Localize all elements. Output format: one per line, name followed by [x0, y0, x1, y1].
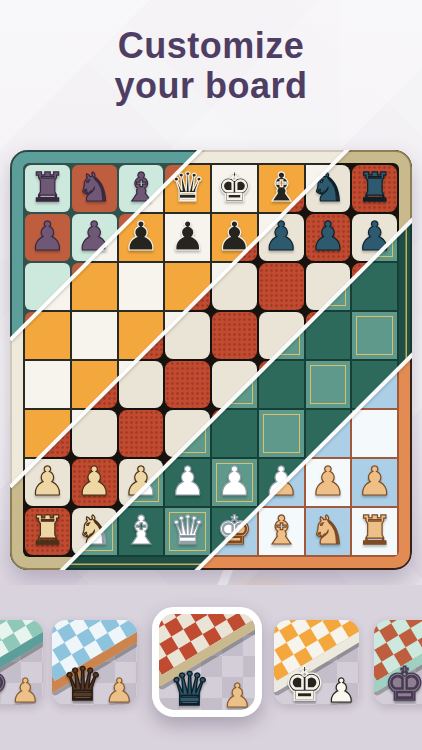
square-h3 — [352, 410, 397, 457]
thumb-king-icon: ♚ — [384, 661, 422, 705]
piece-white-rook: ♜ — [29, 510, 65, 550]
app-screen: { "game": "chess", "header": { "title_li… — [0, 0, 422, 750]
square-b2: ♟ — [72, 459, 117, 506]
square-d1: ♛ — [165, 508, 210, 555]
piece-black-pawn: ♟ — [310, 216, 346, 256]
square-d7: ♟ — [165, 214, 210, 261]
carousel-item-cartoon-teal[interactable]: ♚♟ — [0, 620, 43, 705]
square-e5 — [212, 312, 257, 359]
piece-white-knight: ♞ — [310, 510, 346, 550]
theme-carousel[interactable]: ♚♟♛♟♛♟♚♟♚♟ — [0, 585, 422, 750]
square-d2: ♟ — [165, 459, 210, 506]
piece-white-pawn: ♟ — [310, 461, 346, 501]
piece-white-rook: ♜ — [357, 510, 393, 550]
piece-white-pawn: ♟ — [357, 461, 393, 501]
piece-black-pawn: ♟ — [170, 216, 206, 256]
page-title-line2: your board — [0, 66, 422, 106]
square-c6 — [119, 263, 164, 310]
square-b8: ♞ — [72, 165, 117, 212]
thumb-king-icon: ♚ — [284, 661, 325, 705]
square-g4 — [306, 361, 351, 408]
piece-white-bishop: ♝ — [123, 510, 159, 550]
square-h5 — [352, 312, 397, 359]
square-h1: ♜ — [352, 508, 397, 555]
piece-black-knight: ♞ — [76, 167, 112, 207]
carousel-item-retro-halftone[interactable]: ♛♟ — [152, 607, 262, 717]
square-f3 — [259, 410, 304, 457]
square-g2: ♟ — [306, 459, 351, 506]
square-a1: ♜ — [25, 508, 70, 555]
square-h8: ♜ — [352, 165, 397, 212]
piece-white-pawn: ♟ — [76, 461, 112, 501]
square-e3 — [212, 410, 257, 457]
square-a4 — [25, 361, 70, 408]
square-a8: ♜ — [25, 165, 70, 212]
page-title-line1: Customize — [0, 26, 422, 66]
chess-board: ♜♞♝♛♚♝♞♜♟♟♟♟♟♟♟♟♟♟♟♟♟♟♟♟♜♞♝♛♚♝♞♜♜♞♝♛♚♝♞♜… — [10, 150, 412, 570]
page-title: Customize your board — [0, 26, 422, 107]
square-g1: ♞ — [306, 508, 351, 555]
thumb-pawn-icon: ♟ — [104, 674, 134, 705]
piece-black-pawn: ♟ — [29, 216, 65, 256]
piece-white-queen: ♛ — [170, 510, 206, 550]
square-c3 — [119, 410, 164, 457]
piece-white-pawn: ♟ — [216, 461, 252, 501]
square-b5 — [72, 312, 117, 359]
thumb-pawn-icon: ♟ — [222, 679, 252, 712]
thumb-queen-icon: ♛ — [62, 661, 103, 705]
piece-white-pawn: ♟ — [170, 461, 206, 501]
piece-white-bishop: ♝ — [263, 510, 299, 550]
square-a7: ♟ — [25, 214, 70, 261]
carousel-item-cartoon-clay[interactable]: ♚♟ — [374, 620, 422, 705]
square-c1: ♝ — [119, 508, 164, 555]
square-f1: ♝ — [259, 508, 304, 555]
square-f6 — [259, 263, 304, 310]
thumb-pawn-icon: ♟ — [10, 674, 40, 705]
square-e8: ♚ — [212, 165, 257, 212]
carousel-item-vintage-print[interactable]: ♚♟ — [274, 620, 359, 705]
piece-white-pawn: ♟ — [29, 461, 65, 501]
piece-black-rook: ♜ — [29, 167, 65, 207]
thumb-queen-icon: ♛ — [169, 666, 210, 712]
square-d4 — [165, 361, 210, 408]
square-h2: ♟ — [352, 459, 397, 506]
piece-black-rook: ♜ — [357, 167, 393, 207]
thumb-pawn-icon: ♟ — [326, 674, 356, 705]
thumb-king-icon: ♚ — [0, 661, 9, 705]
square-g7: ♟ — [306, 214, 351, 261]
square-e2: ♟ — [212, 459, 257, 506]
carousel-item-wooden-blue[interactable]: ♛♟ — [52, 620, 137, 705]
piece-black-king: ♚ — [216, 167, 252, 207]
